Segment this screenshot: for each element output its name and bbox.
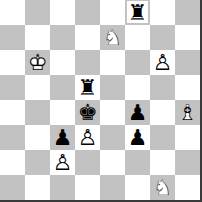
square-d8[interactable] bbox=[75, 0, 100, 25]
square-f3[interactable]: ♟ bbox=[125, 125, 150, 150]
square-a6[interactable] bbox=[0, 50, 25, 75]
square-c8[interactable] bbox=[50, 0, 75, 25]
square-b8[interactable] bbox=[25, 0, 50, 25]
square-e3[interactable] bbox=[100, 125, 125, 150]
square-h3[interactable] bbox=[175, 125, 200, 150]
square-g8[interactable] bbox=[150, 0, 175, 25]
square-e4[interactable] bbox=[100, 100, 125, 125]
square-d2[interactable] bbox=[75, 150, 100, 175]
black-pawn-icon: ♟ bbox=[125, 100, 150, 125]
square-d7[interactable] bbox=[75, 25, 100, 50]
square-h1[interactable] bbox=[175, 175, 200, 200]
black-pawn-icon: ♟ bbox=[125, 125, 150, 150]
square-g1[interactable]: ♞♘ bbox=[150, 175, 175, 200]
white-pawn-icon: ♟♙ bbox=[75, 125, 100, 150]
square-e2[interactable] bbox=[100, 150, 125, 175]
chess-diagram: ♜♞♘♚♔♟♙♜♚♟♝♗♟♟♙♟♟♙♞♘ bbox=[0, 0, 202, 202]
square-g6[interactable]: ♟♙ bbox=[150, 50, 175, 75]
black-rook-icon: ♜ bbox=[125, 0, 150, 25]
square-a3[interactable] bbox=[0, 125, 25, 150]
square-e7[interactable]: ♞♘ bbox=[100, 25, 125, 50]
white-pawn-icon: ♟♙ bbox=[50, 150, 75, 175]
square-d4[interactable]: ♚ bbox=[75, 100, 100, 125]
square-h6[interactable] bbox=[175, 50, 200, 75]
square-c2[interactable]: ♟♙ bbox=[50, 150, 75, 175]
square-b1[interactable] bbox=[25, 175, 50, 200]
square-g4[interactable] bbox=[150, 100, 175, 125]
square-c6[interactable] bbox=[50, 50, 75, 75]
square-h5[interactable] bbox=[175, 75, 200, 100]
square-h7[interactable] bbox=[175, 25, 200, 50]
square-c4[interactable] bbox=[50, 100, 75, 125]
chess-board: ♜♞♘♚♔♟♙♜♚♟♝♗♟♟♙♟♟♙♞♘ bbox=[0, 0, 200, 200]
square-c5[interactable] bbox=[50, 75, 75, 100]
square-a4[interactable] bbox=[0, 100, 25, 125]
square-h4[interactable]: ♝♗ bbox=[175, 100, 200, 125]
black-king-icon: ♚ bbox=[75, 100, 100, 125]
square-f6[interactable] bbox=[125, 50, 150, 75]
square-f4[interactable]: ♟ bbox=[125, 100, 150, 125]
square-g7[interactable] bbox=[150, 25, 175, 50]
square-f1[interactable] bbox=[125, 175, 150, 200]
black-rook-icon: ♜ bbox=[75, 75, 100, 100]
square-b2[interactable] bbox=[25, 150, 50, 175]
white-knight-icon: ♞♘ bbox=[100, 25, 125, 50]
square-a5[interactable] bbox=[0, 75, 25, 100]
square-c7[interactable] bbox=[50, 25, 75, 50]
square-d3[interactable]: ♟♙ bbox=[75, 125, 100, 150]
white-bishop-icon: ♝♗ bbox=[175, 100, 200, 125]
square-f5[interactable] bbox=[125, 75, 150, 100]
square-h8[interactable] bbox=[175, 0, 200, 25]
square-g2[interactable] bbox=[150, 150, 175, 175]
square-f2[interactable] bbox=[125, 150, 150, 175]
white-pawn-icon: ♟♙ bbox=[150, 50, 175, 75]
square-b7[interactable] bbox=[25, 25, 50, 50]
square-h2[interactable] bbox=[175, 150, 200, 175]
white-knight-icon: ♞♘ bbox=[150, 175, 175, 200]
square-e8[interactable] bbox=[100, 0, 125, 25]
square-b3[interactable] bbox=[25, 125, 50, 150]
square-c1[interactable] bbox=[50, 175, 75, 200]
square-a2[interactable] bbox=[0, 150, 25, 175]
square-b4[interactable] bbox=[25, 100, 50, 125]
square-a7[interactable] bbox=[0, 25, 25, 50]
black-pawn-icon: ♟ bbox=[50, 125, 75, 150]
square-d6[interactable] bbox=[75, 50, 100, 75]
square-f8[interactable]: ♜ bbox=[125, 0, 150, 25]
square-g5[interactable] bbox=[150, 75, 175, 100]
square-b5[interactable] bbox=[25, 75, 50, 100]
square-g3[interactable] bbox=[150, 125, 175, 150]
white-king-icon: ♚♔ bbox=[25, 50, 50, 75]
board-frame: ♜♞♘♚♔♟♙♜♚♟♝♗♟♟♙♟♟♙♞♘ bbox=[0, 0, 202, 202]
square-e5[interactable] bbox=[100, 75, 125, 100]
square-e6[interactable] bbox=[100, 50, 125, 75]
square-d1[interactable] bbox=[75, 175, 100, 200]
square-a8[interactable] bbox=[0, 0, 25, 25]
square-a1[interactable] bbox=[0, 175, 25, 200]
square-d5[interactable]: ♜ bbox=[75, 75, 100, 100]
square-e1[interactable] bbox=[100, 175, 125, 200]
square-c3[interactable]: ♟ bbox=[50, 125, 75, 150]
square-f7[interactable] bbox=[125, 25, 150, 50]
square-b6[interactable]: ♚♔ bbox=[25, 50, 50, 75]
